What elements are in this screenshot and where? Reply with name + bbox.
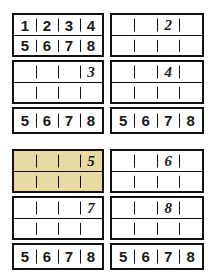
cell[interactable] bbox=[58, 151, 80, 171]
grid-row: 8 bbox=[112, 198, 202, 218]
bottom-left-panel: 5 7 bbox=[12, 149, 104, 270]
bottom-right-fill-box-2: 8 bbox=[110, 196, 204, 240]
cell[interactable] bbox=[58, 198, 80, 218]
grid-row bbox=[14, 218, 102, 238]
cell: 5 bbox=[80, 151, 102, 171]
grid-row bbox=[112, 35, 202, 55]
sheet-bottom: 5 7 bbox=[12, 149, 204, 270]
cell: 8 bbox=[180, 245, 203, 268]
grid-row: 3 bbox=[14, 62, 102, 82]
cell[interactable] bbox=[14, 62, 36, 82]
grid-row: 7 bbox=[14, 198, 102, 218]
grid-row: 5 6 7 8 bbox=[112, 245, 202, 268]
top-left-answer-box: 5 6 7 8 bbox=[12, 107, 104, 134]
bottom-left-answer-box: 5 6 7 8 bbox=[12, 243, 104, 270]
grid-row bbox=[112, 171, 202, 191]
top-right-panel: 2 4 bbox=[110, 13, 204, 134]
cell: 7 bbox=[58, 36, 80, 55]
cell[interactable] bbox=[135, 15, 158, 35]
cell: 8 bbox=[180, 109, 203, 132]
bottom-right-panel: 6 8 bbox=[110, 149, 204, 270]
cell[interactable] bbox=[36, 151, 58, 171]
grid-row: 5 6 7 8 bbox=[14, 245, 102, 268]
cell[interactable] bbox=[112, 151, 135, 171]
cell: 6 bbox=[135, 245, 158, 268]
cell: 7 bbox=[58, 245, 80, 268]
cell: 8 bbox=[157, 198, 180, 218]
cell[interactable] bbox=[135, 36, 158, 55]
cell[interactable] bbox=[80, 219, 102, 238]
worksheet: 1 2 3 4 5 6 7 8 3 bbox=[0, 0, 218, 279]
cell[interactable] bbox=[135, 172, 158, 191]
cell[interactable] bbox=[135, 198, 158, 218]
cell: 6 bbox=[157, 151, 180, 171]
cell[interactable] bbox=[14, 198, 36, 218]
grid-row bbox=[14, 171, 102, 191]
cell: 6 bbox=[36, 109, 58, 132]
cell[interactable] bbox=[180, 62, 203, 82]
cell[interactable] bbox=[80, 172, 102, 191]
bottom-left-fill-box: 7 bbox=[12, 196, 104, 240]
grid-row: 2 bbox=[112, 15, 202, 35]
cell[interactable] bbox=[36, 83, 58, 102]
cell: 7 bbox=[157, 245, 180, 268]
bottom-right-answer-box: 5 6 7 8 bbox=[110, 243, 204, 270]
cell: 5 bbox=[112, 245, 135, 268]
grid-row bbox=[112, 218, 202, 238]
top-right-fill-box-1: 2 bbox=[110, 13, 204, 57]
cell: 5 bbox=[14, 109, 36, 132]
cell: 4 bbox=[157, 62, 180, 82]
cell: 4 bbox=[80, 15, 102, 35]
cell: 6 bbox=[36, 36, 58, 55]
cell: 6 bbox=[135, 109, 158, 132]
grid-row: 1 2 3 4 bbox=[14, 15, 102, 35]
cell[interactable] bbox=[180, 172, 203, 191]
cell[interactable] bbox=[112, 83, 135, 102]
cell[interactable] bbox=[14, 83, 36, 102]
cell: 7 bbox=[80, 198, 102, 218]
top-left-example-box: 1 2 3 4 5 6 7 8 bbox=[12, 13, 104, 57]
cell[interactable] bbox=[36, 172, 58, 191]
cell[interactable] bbox=[135, 83, 158, 102]
top-right-answer-box: 5 6 7 8 bbox=[110, 107, 204, 134]
cell[interactable] bbox=[112, 62, 135, 82]
top-left-panel: 1 2 3 4 5 6 7 8 3 bbox=[12, 13, 104, 134]
cell[interactable] bbox=[14, 219, 36, 238]
cell: 2 bbox=[157, 15, 180, 35]
cell: 5 bbox=[14, 245, 36, 268]
cell: 7 bbox=[157, 109, 180, 132]
cell[interactable] bbox=[135, 219, 158, 238]
cell[interactable] bbox=[36, 198, 58, 218]
cell[interactable] bbox=[58, 62, 80, 82]
cell[interactable] bbox=[36, 219, 58, 238]
cell[interactable] bbox=[180, 83, 203, 102]
cell[interactable] bbox=[180, 198, 203, 218]
cell: 5 bbox=[14, 36, 36, 55]
grid-row: 5 6 7 8 bbox=[14, 35, 102, 55]
grid-row: 4 bbox=[112, 62, 202, 82]
top-left-fill-box: 3 bbox=[12, 60, 104, 104]
cell[interactable] bbox=[112, 172, 135, 191]
cell[interactable] bbox=[157, 83, 180, 102]
cell: 8 bbox=[80, 109, 102, 132]
cell[interactable] bbox=[58, 219, 80, 238]
grid-row bbox=[112, 82, 202, 102]
cell[interactable] bbox=[112, 219, 135, 238]
cell[interactable] bbox=[14, 172, 36, 191]
cell[interactable] bbox=[112, 198, 135, 218]
bottom-right-fill-box-1: 6 bbox=[110, 149, 204, 193]
grid-row: 5 6 7 8 bbox=[112, 109, 202, 132]
cell[interactable] bbox=[135, 62, 158, 82]
cell[interactable] bbox=[157, 36, 180, 55]
top-right-fill-box-2: 4 bbox=[110, 60, 204, 104]
cell[interactable] bbox=[112, 36, 135, 55]
cell[interactable] bbox=[58, 83, 80, 102]
grid-row: 6 bbox=[112, 151, 202, 171]
cell[interactable] bbox=[36, 62, 58, 82]
bottom-left-highlighted-box: 5 bbox=[12, 149, 104, 193]
cell: 1 bbox=[14, 15, 36, 35]
cell[interactable] bbox=[180, 151, 203, 171]
cell: 2 bbox=[36, 15, 58, 35]
cell[interactable] bbox=[80, 83, 102, 102]
cell: 8 bbox=[80, 245, 102, 268]
cell: 7 bbox=[58, 109, 80, 132]
grid-row: 5 6 7 8 bbox=[14, 109, 102, 132]
cell[interactable] bbox=[135, 151, 158, 171]
cell[interactable] bbox=[180, 36, 203, 55]
cell: 3 bbox=[80, 62, 102, 82]
cell: 6 bbox=[36, 245, 58, 268]
cell[interactable] bbox=[58, 172, 80, 191]
grid-row bbox=[14, 82, 102, 102]
cell[interactable] bbox=[112, 15, 135, 35]
sheet-top: 1 2 3 4 5 6 7 8 3 bbox=[12, 13, 204, 134]
cell[interactable] bbox=[14, 151, 36, 171]
grid-row: 5 bbox=[14, 151, 102, 171]
cell[interactable] bbox=[180, 219, 203, 238]
cell[interactable] bbox=[180, 15, 203, 35]
cell[interactable] bbox=[157, 219, 180, 238]
cell: 5 bbox=[112, 109, 135, 132]
cell: 3 bbox=[58, 15, 80, 35]
cell[interactable] bbox=[157, 172, 180, 191]
cell: 8 bbox=[80, 36, 102, 55]
